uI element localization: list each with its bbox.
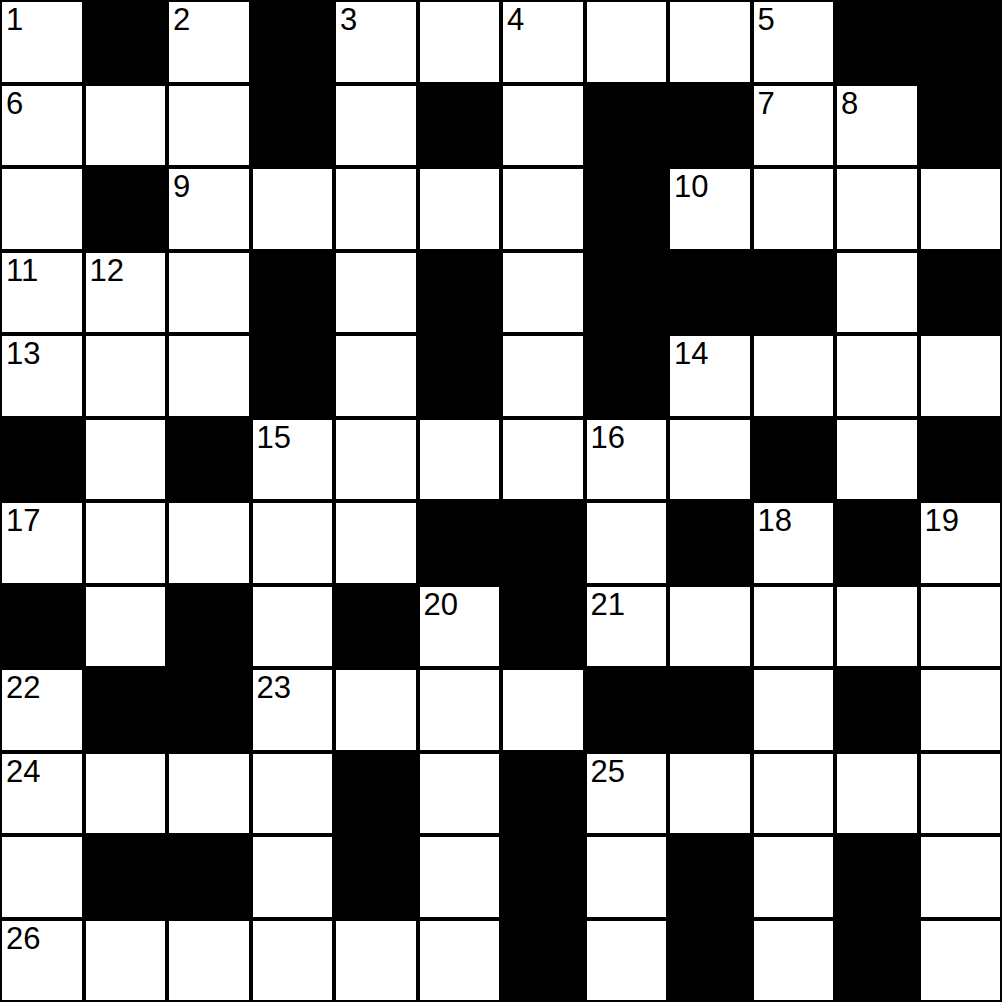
clue-number: 14: [674, 338, 708, 371]
grid-cell[interactable]: [501, 418, 585, 502]
black-cell: [334, 752, 418, 836]
black-cell: [251, 0, 335, 84]
clue-number: 7: [758, 88, 775, 121]
grid-cell[interactable]: [334, 668, 418, 752]
grid-cell[interactable]: 22: [0, 668, 84, 752]
black-cell: [585, 167, 669, 251]
black-cell: [668, 668, 752, 752]
black-cell: [0, 418, 84, 502]
grid-cell[interactable]: 3: [334, 0, 418, 84]
black-cell: [501, 752, 585, 836]
black-cell: [835, 919, 919, 1002]
black-cell: [501, 835, 585, 919]
grid-cell[interactable]: 15: [251, 418, 335, 502]
black-cell: [251, 251, 335, 335]
clue-number: 22: [6, 672, 40, 705]
grid-cell[interactable]: [752, 585, 836, 669]
black-cell: [835, 835, 919, 919]
grid-cell[interactable]: [919, 752, 1002, 836]
grid-cell[interactable]: [752, 835, 836, 919]
grid-cell[interactable]: [0, 167, 84, 251]
black-cell: [167, 585, 251, 669]
grid-cell[interactable]: [418, 167, 502, 251]
grid-cell[interactable]: [919, 167, 1002, 251]
clue-number: 2: [173, 4, 190, 37]
grid-cell[interactable]: [585, 835, 669, 919]
black-cell: [418, 84, 502, 168]
grid-cell[interactable]: [835, 251, 919, 335]
grid-cell[interactable]: [501, 167, 585, 251]
grid-cell[interactable]: [167, 251, 251, 335]
grid-cell[interactable]: 25: [585, 752, 669, 836]
black-cell: [919, 0, 1002, 84]
black-cell: [752, 251, 836, 335]
black-cell: [251, 84, 335, 168]
grid-cell[interactable]: [919, 334, 1002, 418]
grid-cell[interactable]: 21: [585, 585, 669, 669]
grid-cell[interactable]: [418, 418, 502, 502]
grid-cell[interactable]: 18: [752, 501, 836, 585]
clue-number: 1: [6, 4, 23, 37]
grid-cell[interactable]: 20: [418, 585, 502, 669]
grid-cell[interactable]: 13: [0, 334, 84, 418]
grid-cell[interactable]: [251, 919, 335, 1002]
grid-cell[interactable]: [0, 835, 84, 919]
clue-number: 19: [925, 505, 959, 538]
grid-cell[interactable]: [752, 752, 836, 836]
clue-number: 11: [6, 255, 38, 288]
grid-cell[interactable]: [501, 84, 585, 168]
black-cell: [167, 668, 251, 752]
clue-number: 26: [6, 923, 40, 956]
grid-cell[interactable]: 7: [752, 84, 836, 168]
grid-cell[interactable]: [84, 752, 168, 836]
black-cell: [835, 501, 919, 585]
grid-cell[interactable]: [334, 251, 418, 335]
grid-cell[interactable]: 17: [0, 501, 84, 585]
grid-cell[interactable]: [501, 334, 585, 418]
grid-cell[interactable]: [418, 919, 502, 1002]
grid-cell[interactable]: [919, 835, 1002, 919]
black-cell: [752, 418, 836, 502]
black-cell: [668, 919, 752, 1002]
grid-cell[interactable]: [251, 752, 335, 836]
grid-cell[interactable]: [251, 585, 335, 669]
grid-cell[interactable]: [835, 167, 919, 251]
black-cell: [585, 84, 669, 168]
clue-number: 6: [6, 88, 23, 121]
crossword-board: 1234567891011121314151617181920212223242…: [0, 0, 1002, 1002]
black-cell: [167, 418, 251, 502]
black-cell: [919, 418, 1002, 502]
grid-cell[interactable]: 12: [84, 251, 168, 335]
black-cell: [668, 84, 752, 168]
clue-number: 21: [591, 589, 625, 622]
grid-cell[interactable]: [167, 919, 251, 1002]
black-cell: [668, 835, 752, 919]
grid-cell[interactable]: [84, 919, 168, 1002]
grid-cell[interactable]: [668, 752, 752, 836]
grid-cell[interactable]: [334, 167, 418, 251]
grid-cell[interactable]: [167, 84, 251, 168]
grid-cell[interactable]: 4: [501, 0, 585, 84]
grid-cell[interactable]: [752, 167, 836, 251]
clue-number: 16: [591, 422, 625, 455]
grid-cell[interactable]: [501, 668, 585, 752]
grid-cell[interactable]: 2: [167, 0, 251, 84]
grid-cell[interactable]: [334, 84, 418, 168]
grid-cell[interactable]: [585, 501, 669, 585]
grid-cell[interactable]: [418, 835, 502, 919]
grid-cell[interactable]: 9: [167, 167, 251, 251]
grid-cell[interactable]: [251, 501, 335, 585]
black-cell: [418, 251, 502, 335]
black-cell: [84, 668, 168, 752]
black-cell: [501, 585, 585, 669]
black-cell: [84, 167, 168, 251]
clue-number: 3: [340, 4, 357, 37]
grid-cell[interactable]: 14: [668, 334, 752, 418]
black-cell: [167, 835, 251, 919]
clue-number: 9: [173, 171, 190, 204]
black-cell: [585, 334, 669, 418]
black-cell: [251, 334, 335, 418]
clue-number: 5: [758, 4, 775, 37]
grid-cell[interactable]: [919, 585, 1002, 669]
grid-cell[interactable]: 16: [585, 418, 669, 502]
clue-number: 4: [507, 4, 524, 37]
grid-cell[interactable]: [334, 501, 418, 585]
grid-cell[interactable]: [251, 835, 335, 919]
grid-cell[interactable]: 1: [0, 0, 84, 84]
grid-cell[interactable]: [84, 418, 168, 502]
black-cell: [501, 919, 585, 1002]
clue-number: 12: [90, 255, 124, 288]
grid-cell[interactable]: 11: [0, 251, 84, 335]
grid-cell[interactable]: 19: [919, 501, 1002, 585]
grid-cell[interactable]: [752, 668, 836, 752]
clue-number: 18: [758, 505, 792, 538]
grid-cell[interactable]: 5: [752, 0, 836, 84]
grid-cell[interactable]: 24: [0, 752, 84, 836]
black-cell: [334, 585, 418, 669]
grid-cell[interactable]: [835, 334, 919, 418]
grid-cell[interactable]: [752, 334, 836, 418]
grid-cell[interactable]: [835, 585, 919, 669]
grid-cell[interactable]: [418, 0, 502, 84]
black-cell: [835, 668, 919, 752]
black-cell: [919, 251, 1002, 335]
grid-cell[interactable]: [835, 418, 919, 502]
grid-cell[interactable]: [668, 585, 752, 669]
clue-number: 15: [257, 422, 291, 455]
grid-cell[interactable]: [334, 334, 418, 418]
grid-cell[interactable]: 6: [0, 84, 84, 168]
clue-number: 24: [6, 756, 40, 789]
grid-cell[interactable]: [334, 919, 418, 1002]
grid-cell[interactable]: [668, 418, 752, 502]
grid-cell[interactable]: [418, 668, 502, 752]
grid-cell[interactable]: 23: [251, 668, 335, 752]
grid-cell[interactable]: [919, 919, 1002, 1002]
grid-cell[interactable]: [167, 501, 251, 585]
black-cell: [668, 501, 752, 585]
clue-number: 23: [257, 672, 291, 705]
clue-number: 25: [591, 756, 625, 789]
grid-cell[interactable]: 10: [668, 167, 752, 251]
grid-cell[interactable]: [585, 0, 669, 84]
grid-cell[interactable]: [251, 167, 335, 251]
grid-cell[interactable]: [84, 84, 168, 168]
black-cell: [668, 251, 752, 335]
grid-cell[interactable]: [334, 418, 418, 502]
grid-cell[interactable]: [418, 752, 502, 836]
grid-cell[interactable]: [84, 501, 168, 585]
grid-cell[interactable]: 26: [0, 919, 84, 1002]
black-cell: [84, 0, 168, 84]
black-cell: [84, 835, 168, 919]
clue-number: 8: [841, 88, 858, 121]
grid-cell[interactable]: 8: [835, 84, 919, 168]
black-cell: [585, 251, 669, 335]
clue-number: 13: [6, 338, 40, 371]
grid-cell[interactable]: [585, 919, 669, 1002]
black-cell: [919, 84, 1002, 168]
clue-number: 17: [6, 505, 40, 538]
grid-cell[interactable]: [835, 752, 919, 836]
grid-cell[interactable]: [167, 334, 251, 418]
grid-cell[interactable]: [919, 668, 1002, 752]
black-cell: [585, 668, 669, 752]
grid-cell[interactable]: [84, 585, 168, 669]
clue-number: 10: [674, 171, 708, 204]
black-cell: [334, 835, 418, 919]
clue-number: 20: [424, 589, 458, 622]
black-cell: [835, 0, 919, 84]
grid-cell[interactable]: [84, 334, 168, 418]
black-cell: [418, 501, 502, 585]
grid-cell[interactable]: [501, 251, 585, 335]
black-cell: [0, 585, 84, 669]
grid-cell[interactable]: [752, 919, 836, 1002]
black-cell: [418, 334, 502, 418]
grid-cell[interactable]: [668, 0, 752, 84]
black-cell: [501, 501, 585, 585]
grid-cell[interactable]: [167, 752, 251, 836]
